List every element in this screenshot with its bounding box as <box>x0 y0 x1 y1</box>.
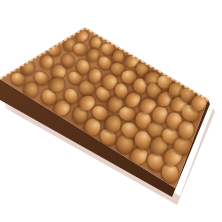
photo-chocolate-hazelnut-bar <box>0 0 222 222</box>
hazelnut <box>39 54 54 70</box>
hazelnut <box>113 50 124 63</box>
